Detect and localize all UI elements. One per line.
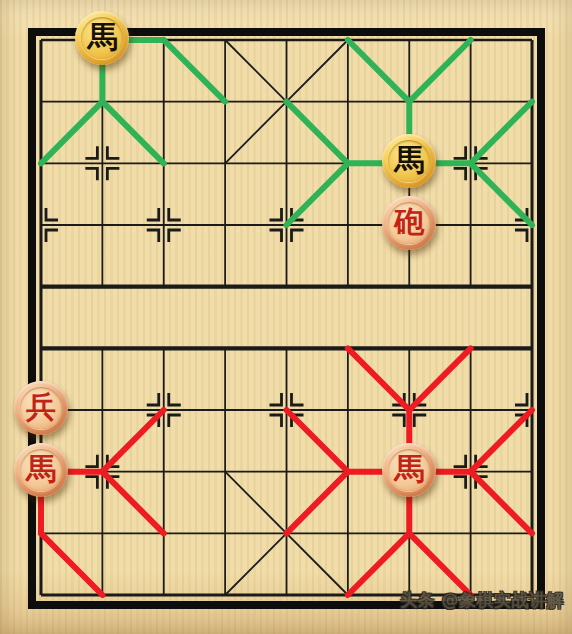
piece-black-horse-left[interactable]: 馬 xyxy=(75,11,129,65)
piece-character: 馬 xyxy=(394,454,424,484)
piece-character: 馬 xyxy=(87,22,117,52)
piece-character: 馬 xyxy=(394,145,424,175)
piece-red-cannon[interactable]: 砲 xyxy=(382,196,436,250)
piece-black-horse-right[interactable]: 馬 xyxy=(382,134,436,188)
piece-face: 馬 xyxy=(388,449,430,491)
piece-red-pawn[interactable]: 兵 xyxy=(14,381,68,435)
watermark: 头条 @象棋实战讲解 xyxy=(400,589,564,612)
piece-face: 砲 xyxy=(388,202,430,244)
piece-face: 兵 xyxy=(20,387,62,429)
piece-red-horse-right[interactable]: 馬 xyxy=(382,443,436,497)
piece-face: 馬 xyxy=(388,140,430,182)
piece-character: 砲 xyxy=(394,207,424,237)
piece-character: 馬 xyxy=(26,454,56,484)
piece-face: 馬 xyxy=(81,17,123,59)
pieces-layer: 馬馬砲兵馬馬 xyxy=(0,0,572,634)
piece-red-horse-left[interactable]: 馬 xyxy=(14,443,68,497)
xiangqi-board: 馬馬砲兵馬馬 头条 @象棋实战讲解 xyxy=(0,0,572,634)
piece-face: 馬 xyxy=(20,449,62,491)
piece-character: 兵 xyxy=(26,392,56,422)
